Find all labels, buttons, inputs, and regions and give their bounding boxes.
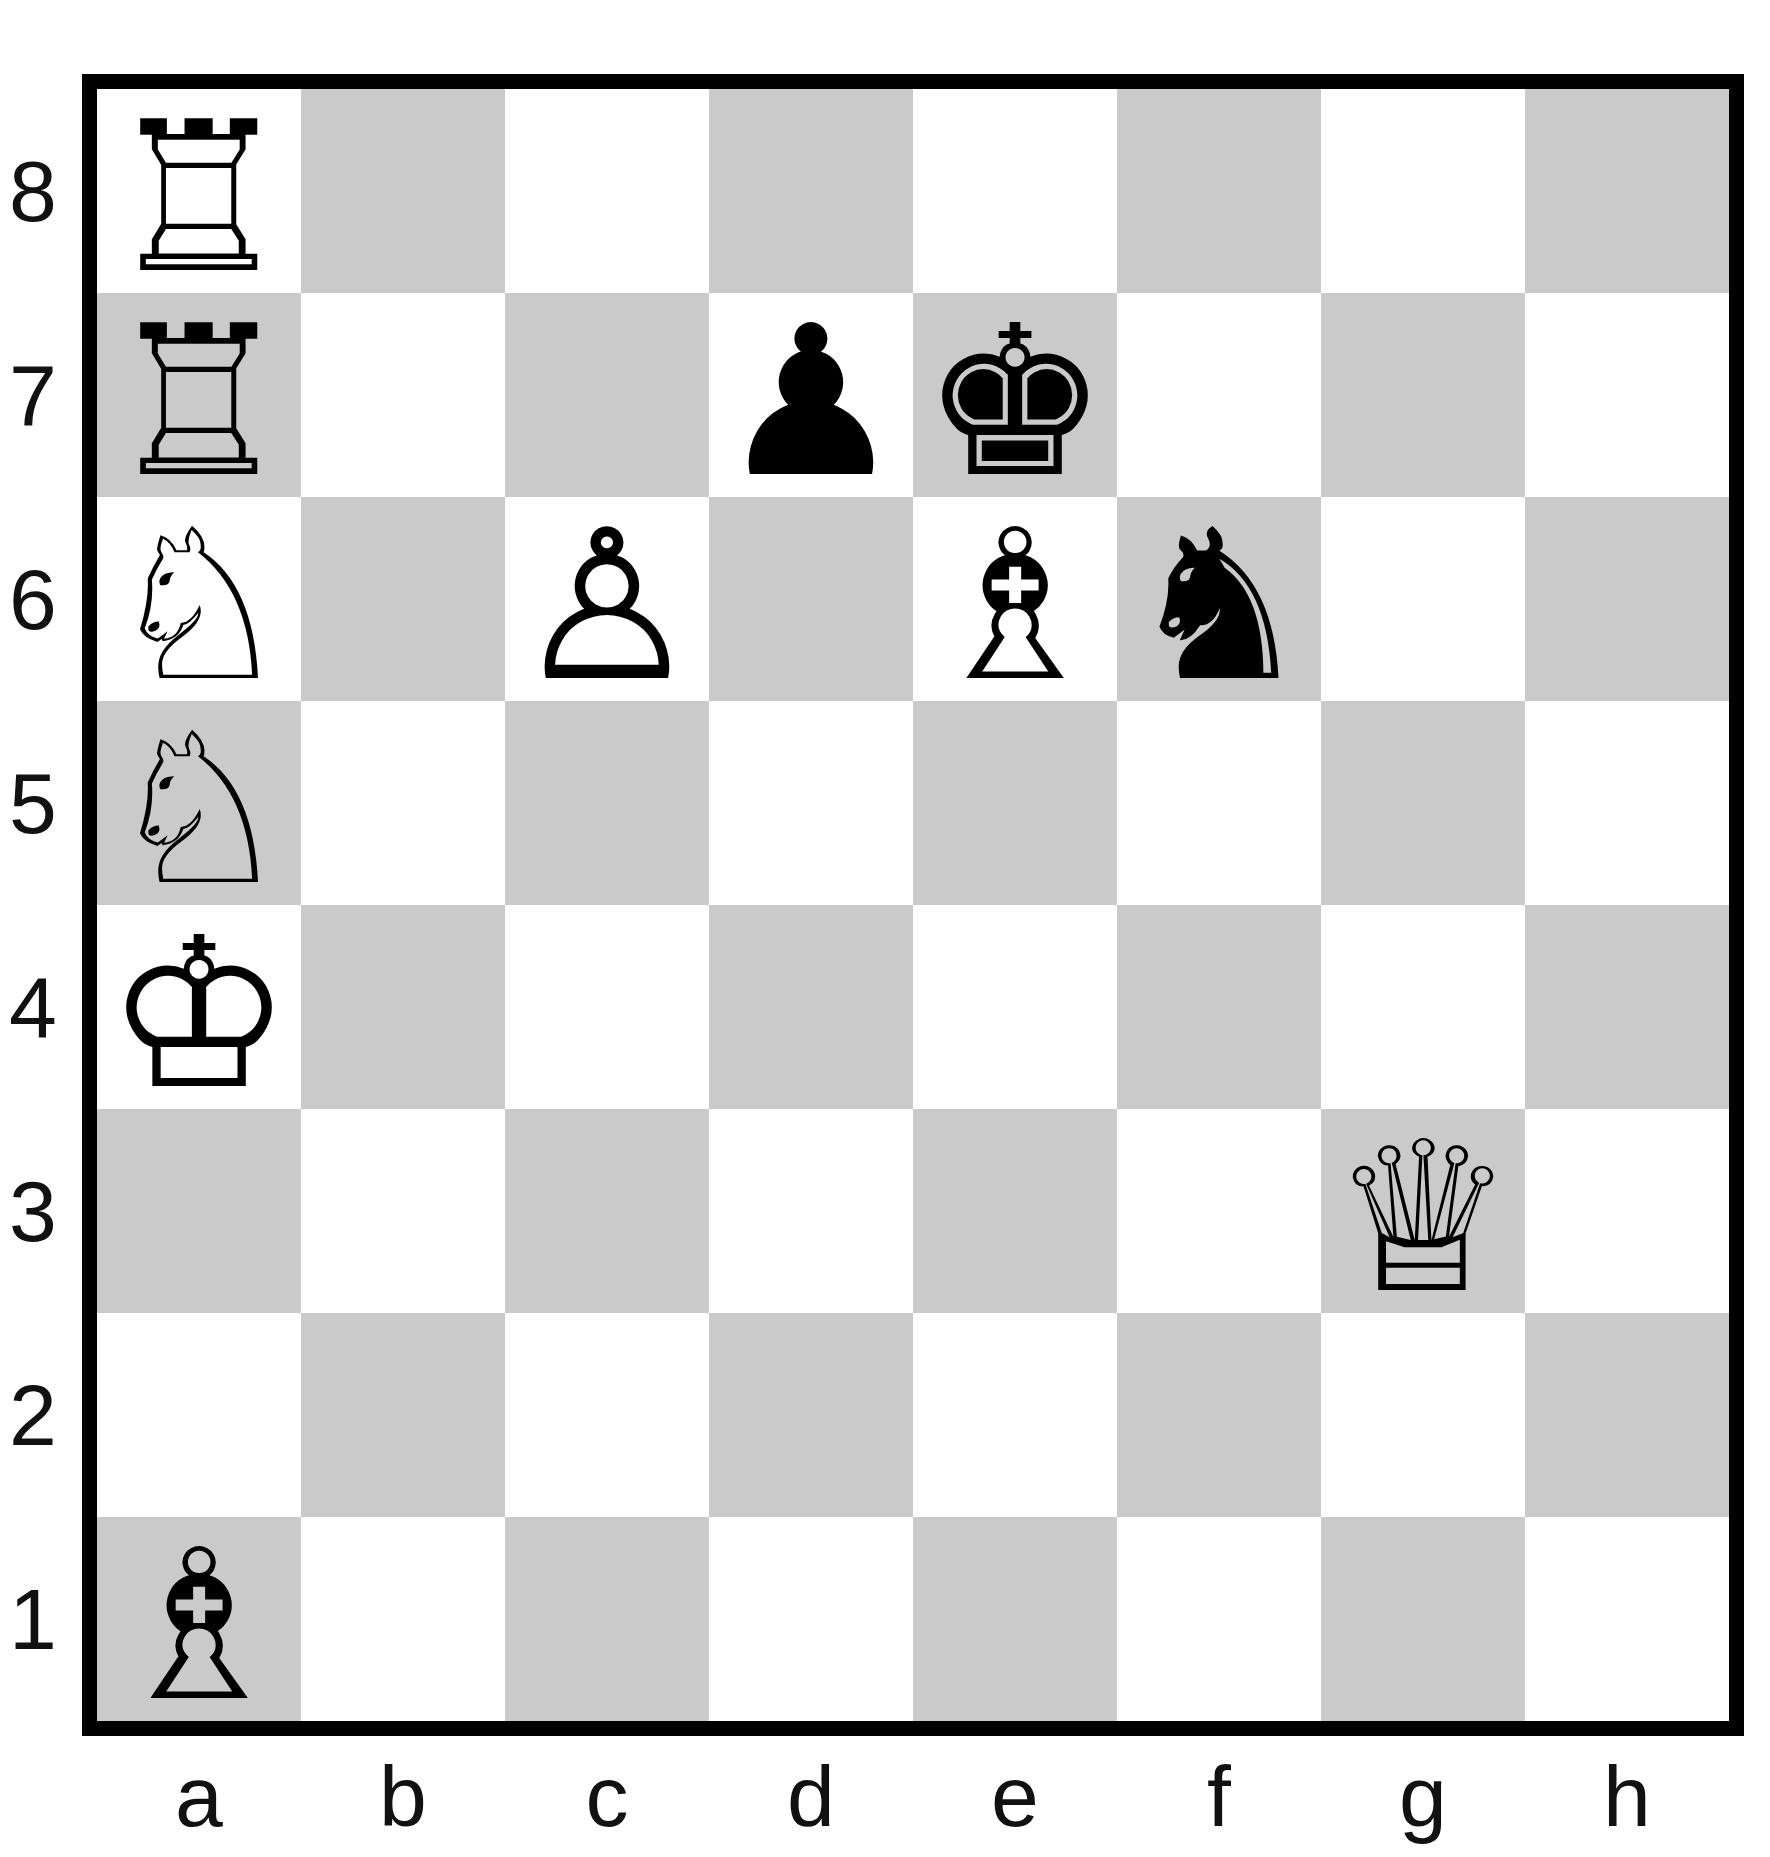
square-c7[interactable]	[505, 293, 709, 497]
square-f5[interactable]	[1117, 701, 1321, 905]
square-h6[interactable]	[1525, 497, 1729, 701]
file-label-f: f	[1117, 1736, 1321, 1857]
piece-white-bishop[interactable]: ♗	[922, 502, 1108, 710]
piece-white-knight[interactable]: ♘	[106, 706, 292, 914]
rank-label-6: 6	[0, 497, 66, 701]
square-b2[interactable]	[301, 1313, 505, 1517]
square-c2[interactable]	[505, 1313, 709, 1517]
square-h7[interactable]	[1525, 293, 1729, 497]
file-label-h: h	[1525, 1736, 1729, 1857]
square-f8[interactable]	[1117, 89, 1321, 293]
square-d4[interactable]	[709, 905, 913, 1109]
rank-label-2: 2	[0, 1313, 66, 1517]
square-b1[interactable]	[301, 1517, 505, 1721]
square-h8[interactable]	[1525, 89, 1729, 293]
square-g8[interactable]	[1321, 89, 1525, 293]
piece-black-knight[interactable]: ♞	[1126, 502, 1312, 710]
square-f2[interactable]	[1117, 1313, 1321, 1517]
square-e5[interactable]	[913, 701, 1117, 905]
square-b3[interactable]	[301, 1109, 505, 1313]
square-f4[interactable]	[1117, 905, 1321, 1109]
file-label-b: b	[301, 1736, 505, 1857]
file-label-e: e	[913, 1736, 1117, 1857]
square-a4[interactable]: ♔	[97, 905, 301, 1109]
square-b7[interactable]	[301, 293, 505, 497]
square-d8[interactable]	[709, 89, 913, 293]
square-c4[interactable]	[505, 905, 709, 1109]
square-d5[interactable]	[709, 701, 913, 905]
piece-white-pawn[interactable]: ♙	[514, 502, 700, 710]
square-e3[interactable]	[913, 1109, 1117, 1313]
square-d7[interactable]: ♟︎	[709, 293, 913, 497]
square-b5[interactable]	[301, 701, 505, 905]
square-g5[interactable]	[1321, 701, 1525, 905]
square-c5[interactable]	[505, 701, 709, 905]
square-a8[interactable]: ♖	[97, 89, 301, 293]
rank-label-8: 8	[0, 89, 66, 293]
square-g4[interactable]	[1321, 905, 1525, 1109]
square-d3[interactable]	[709, 1109, 913, 1313]
square-g1[interactable]	[1321, 1517, 1525, 1721]
square-h4[interactable]	[1525, 905, 1729, 1109]
square-g7[interactable]	[1321, 293, 1525, 497]
square-e8[interactable]	[913, 89, 1117, 293]
rank-labels: 87654321	[0, 89, 66, 1721]
square-a7[interactable]: ♖	[97, 293, 301, 497]
piece-white-king[interactable]: ♔	[106, 910, 292, 1118]
square-c3[interactable]	[505, 1109, 709, 1313]
rank-label-3: 3	[0, 1109, 66, 1313]
square-a6[interactable]: ♘	[97, 497, 301, 701]
piece-white-queen[interactable]: ♕	[1330, 1114, 1516, 1322]
piece-white-bishop[interactable]: ♗	[106, 1522, 292, 1730]
square-h1[interactable]	[1525, 1517, 1729, 1721]
rank-label-7: 7	[0, 293, 66, 497]
square-a2[interactable]	[97, 1313, 301, 1517]
rank-label-1: 1	[0, 1517, 66, 1721]
piece-white-rook[interactable]: ♖	[106, 94, 292, 302]
square-e7[interactable]: ♚	[913, 293, 1117, 497]
square-h2[interactable]	[1525, 1313, 1729, 1517]
chess-diagram: 87654321 ♖♖♟︎♚♘♙♗♞♘♔♕♗ abcdefgh	[0, 0, 1770, 1857]
piece-white-rook[interactable]: ♖	[106, 298, 292, 506]
square-b8[interactable]	[301, 89, 505, 293]
square-g3[interactable]: ♕	[1321, 1109, 1525, 1313]
square-e2[interactable]	[913, 1313, 1117, 1517]
square-f3[interactable]	[1117, 1109, 1321, 1313]
file-label-a: a	[97, 1736, 301, 1857]
chess-board: ♖♖♟︎♚♘♙♗♞♘♔♕♗	[82, 74, 1744, 1736]
square-f7[interactable]	[1117, 293, 1321, 497]
square-g2[interactable]	[1321, 1313, 1525, 1517]
square-d1[interactable]	[709, 1517, 913, 1721]
square-f1[interactable]	[1117, 1517, 1321, 1721]
square-c1[interactable]	[505, 1517, 709, 1721]
rank-label-5: 5	[0, 701, 66, 905]
rank-label-4: 4	[0, 905, 66, 1109]
square-e6[interactable]: ♗	[913, 497, 1117, 701]
square-d2[interactable]	[709, 1313, 913, 1517]
square-a1[interactable]: ♗	[97, 1517, 301, 1721]
square-b6[interactable]	[301, 497, 505, 701]
file-label-d: d	[709, 1736, 913, 1857]
file-labels: abcdefgh	[97, 1736, 1729, 1857]
square-b4[interactable]	[301, 905, 505, 1109]
square-a3[interactable]	[97, 1109, 301, 1313]
square-d6[interactable]	[709, 497, 913, 701]
piece-white-knight[interactable]: ♘	[106, 502, 292, 710]
square-h5[interactable]	[1525, 701, 1729, 905]
square-e1[interactable]	[913, 1517, 1117, 1721]
square-h3[interactable]	[1525, 1109, 1729, 1313]
piece-black-pawn[interactable]: ♟︎	[718, 298, 904, 506]
square-c8[interactable]	[505, 89, 709, 293]
square-g6[interactable]	[1321, 497, 1525, 701]
file-label-c: c	[505, 1736, 709, 1857]
piece-black-king[interactable]: ♚	[922, 298, 1108, 506]
square-f6[interactable]: ♞	[1117, 497, 1321, 701]
square-e4[interactable]	[913, 905, 1117, 1109]
square-a5[interactable]: ♘	[97, 701, 301, 905]
file-label-g: g	[1321, 1736, 1525, 1857]
square-c6[interactable]: ♙	[505, 497, 709, 701]
